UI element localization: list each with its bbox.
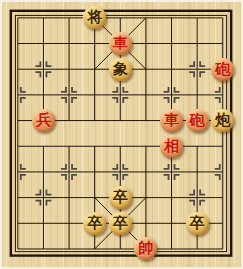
piece-black-elephant[interactable]: 象 — [109, 58, 132, 81]
board-grid: 将車象砲兵車砲炮相卒卒卒卒帥 — [5, 5, 235, 262]
piece-red-cannon-1[interactable]: 砲 — [211, 58, 234, 81]
piece-red-soldier-1[interactable]: 兵 — [32, 109, 55, 132]
piece-black-cannon[interactable]: 炮 — [211, 109, 234, 132]
piece-red-elephant[interactable]: 相 — [160, 135, 183, 158]
xiangqi-app-window: 将車象砲兵車砲炮相卒卒卒卒帥 — [0, 0, 243, 269]
piece-red-cannon-2[interactable]: 砲 — [186, 109, 209, 132]
piece-black-general[interactable]: 将 — [83, 6, 106, 29]
piece-red-general[interactable]: 帥 — [134, 237, 157, 260]
piece-black-soldier-1[interactable]: 卒 — [109, 186, 132, 209]
xiangqi-board[interactable]: 将車象砲兵車砲炮相卒卒卒卒帥 — [0, 0, 243, 269]
piece-red-chariot-2[interactable]: 車 — [160, 109, 183, 132]
piece-black-soldier-4[interactable]: 卒 — [186, 212, 209, 235]
piece-red-chariot-1[interactable]: 車 — [109, 32, 132, 55]
piece-black-soldier-2[interactable]: 卒 — [83, 212, 106, 235]
piece-black-soldier-3[interactable]: 卒 — [109, 212, 132, 235]
